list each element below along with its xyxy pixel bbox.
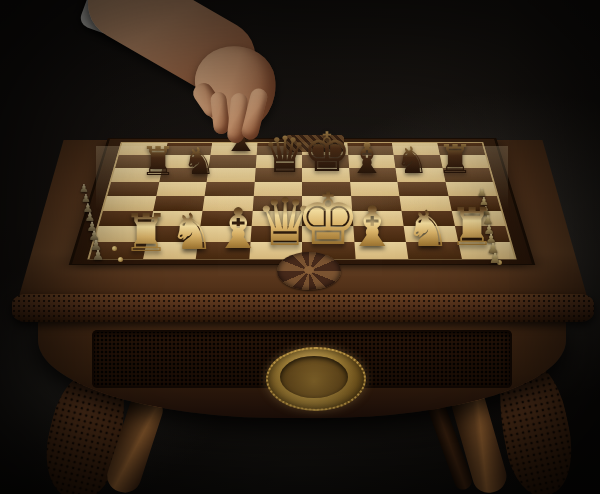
- white-rook-a1[interactable]: ♜: [123, 207, 170, 259]
- square-h5[interactable]: [445, 182, 497, 196]
- black-rook-a8[interactable]: ♜: [140, 141, 176, 181]
- black-knight-g8[interactable]: ♞: [395, 142, 428, 179]
- black-rook-h8[interactable]: ♜: [437, 139, 473, 179]
- square-c5[interactable]: [205, 182, 255, 196]
- brass-pin-icon: [112, 246, 117, 251]
- square-g5[interactable]: [397, 182, 448, 196]
- black-knight-b8[interactable]: ♞: [182, 143, 215, 180]
- black-bishop-f8[interactable]: ♝: [348, 138, 386, 180]
- rail-pawn-icon[interactable]: ♟: [92, 248, 105, 262]
- white-knight-g1[interactable]: ♞: [406, 204, 451, 254]
- white-knight-b1[interactable]: ♞: [170, 207, 215, 257]
- black-queen-d8[interactable]: ♛: [263, 130, 308, 180]
- brass-medallion-scene: [280, 356, 348, 398]
- white-bishop-f1[interactable]: ♝: [347, 199, 397, 255]
- chess-photo-scene: ♟ ♟ ♟ ♟ ♟ ♟ ♟ ♟ ♟ ♟ ♟ ♟ ♟ ♟ ♟ ♟ ♜ ♞ ♛ ♚ …: [0, 0, 600, 494]
- table-carved-edge: [12, 294, 594, 322]
- black-king-e8[interactable]: ♚: [303, 126, 351, 180]
- white-rook-h1[interactable]: ♜: [449, 201, 496, 253]
